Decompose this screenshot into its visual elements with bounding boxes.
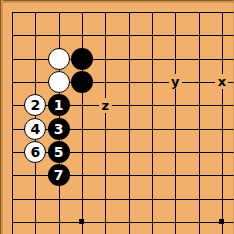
go-board: yx21z43657 (0, 0, 234, 234)
intersection-3-6: 3 (47, 117, 70, 140)
intersection-5-3 (94, 47, 117, 70)
white-stone: 4 (24, 118, 46, 140)
intersection-8-8 (164, 164, 187, 187)
intersection-9-3 (187, 47, 210, 70)
intersection-10-9 (210, 187, 233, 210)
intersection-5-7 (94, 140, 117, 163)
stone-number: 1 (54, 98, 64, 112)
white-stone: 6 (24, 141, 46, 163)
intersection-7-2 (140, 24, 163, 47)
intersection-6-10 (117, 210, 140, 233)
intersection-2-1 (24, 0, 47, 23)
intersection-6-5 (117, 94, 140, 117)
intersection-10-6 (210, 117, 233, 140)
intersection-7-10 (140, 210, 163, 233)
black-stone (71, 48, 93, 70)
intersection-3-1 (47, 0, 70, 23)
intersection-10-4: x (210, 70, 233, 93)
intersection-5-5: z (94, 94, 117, 117)
intersection-8-9 (164, 187, 187, 210)
intersection-5-8 (94, 164, 117, 187)
intersection-9-1 (187, 0, 210, 23)
intersection-9-6 (187, 117, 210, 140)
white-stone (48, 48, 70, 70)
stone-number: 4 (30, 122, 40, 136)
intersection-9-5 (187, 94, 210, 117)
intersection-3-2 (47, 24, 70, 47)
intersection-1-9 (0, 187, 23, 210)
intersection-1-10 (0, 210, 23, 233)
black-stone: 7 (48, 164, 70, 186)
intersection-3-3 (47, 47, 70, 70)
intersection-1-3 (0, 47, 23, 70)
intersection-1-5 (0, 94, 23, 117)
hoshi-point (219, 219, 224, 224)
intersection-2-7: 6 (24, 140, 47, 163)
intersection-7-4 (140, 70, 163, 93)
white-stone: 2 (24, 94, 46, 116)
intersection-3-5: 1 (47, 94, 70, 117)
intersection-1-7 (0, 140, 23, 163)
intersection-3-4 (47, 70, 70, 93)
intersection-5-4 (94, 70, 117, 93)
intersection-9-2 (187, 24, 210, 47)
intersection-10-8 (210, 164, 233, 187)
intersection-8-1 (164, 0, 187, 23)
black-stone: 3 (48, 118, 70, 140)
intersection-10-10 (210, 210, 233, 233)
black-stone: 5 (48, 141, 70, 163)
intersection-7-6 (140, 117, 163, 140)
intersection-5-9 (94, 187, 117, 210)
point-letter-y: y (169, 74, 182, 89)
intersection-2-9 (24, 187, 47, 210)
intersection-9-7 (187, 140, 210, 163)
intersection-6-3 (117, 47, 140, 70)
board-frame-top-inner (0, 1, 234, 3)
stone-number: 7 (54, 168, 64, 182)
stone-number: 3 (54, 122, 64, 136)
intersection-1-6 (0, 117, 23, 140)
intersection-9-8 (187, 164, 210, 187)
intersection-2-5: 2 (24, 94, 47, 117)
intersection-10-7 (210, 140, 233, 163)
intersection-4-4 (70, 70, 93, 93)
point-letter-z: z (99, 98, 112, 113)
intersection-2-2 (24, 24, 47, 47)
intersection-3-8: 7 (47, 164, 70, 187)
intersection-2-3 (24, 47, 47, 70)
intersection-8-2 (164, 24, 187, 47)
intersection-6-8 (117, 164, 140, 187)
intersection-6-1 (117, 0, 140, 23)
intersection-1-2 (0, 24, 23, 47)
black-stone (71, 71, 93, 93)
intersection-8-4: y (164, 70, 187, 93)
intersection-7-9 (140, 187, 163, 210)
intersection-1-8 (0, 164, 23, 187)
intersection-8-10 (164, 210, 187, 233)
intersection-4-5 (70, 94, 93, 117)
intersection-6-6 (117, 117, 140, 140)
intersection-10-3 (210, 47, 233, 70)
board-frame-left-inner (1, 0, 3, 234)
hoshi-point (79, 219, 84, 224)
intersection-8-5 (164, 94, 187, 117)
white-stone (48, 71, 70, 93)
intersection-5-6 (94, 117, 117, 140)
intersection-4-2 (70, 24, 93, 47)
stone-number: 2 (30, 98, 40, 112)
intersection-5-10 (94, 210, 117, 233)
intersection-5-1 (94, 0, 117, 23)
intersection-8-6 (164, 117, 187, 140)
intersection-4-9 (70, 187, 93, 210)
intersection-6-9 (117, 187, 140, 210)
intersection-3-10 (47, 210, 70, 233)
intersection-9-10 (187, 210, 210, 233)
intersection-8-3 (164, 47, 187, 70)
intersection-2-6: 4 (24, 117, 47, 140)
intersection-3-9 (47, 187, 70, 210)
intersection-2-10 (24, 210, 47, 233)
intersection-7-3 (140, 47, 163, 70)
intersection-9-9 (187, 187, 210, 210)
intersection-9-4 (187, 70, 210, 93)
intersection-5-2 (94, 24, 117, 47)
intersection-7-7 (140, 140, 163, 163)
intersection-4-7 (70, 140, 93, 163)
intersection-4-3 (70, 47, 93, 70)
intersection-10-2 (210, 24, 233, 47)
intersection-10-1 (210, 0, 233, 23)
intersection-7-5 (140, 94, 163, 117)
intersection-4-1 (70, 0, 93, 23)
intersection-1-4 (0, 70, 23, 93)
intersection-6-4 (117, 70, 140, 93)
point-letter-x: x (215, 74, 228, 89)
stone-number: 5 (54, 145, 64, 159)
image-right-edge-shade (233, 0, 234, 234)
stone-number: 6 (30, 145, 40, 159)
intersection-7-1 (140, 0, 163, 23)
intersection-4-8 (70, 164, 93, 187)
intersection-3-7: 5 (47, 140, 70, 163)
intersection-4-6 (70, 117, 93, 140)
intersection-6-2 (117, 24, 140, 47)
board-grid: yx21z43657 (0, 0, 233, 233)
intersection-2-8 (24, 164, 47, 187)
black-stone: 1 (48, 94, 70, 116)
intersection-4-10 (70, 210, 93, 233)
intersection-2-4 (24, 70, 47, 93)
intersection-1-1 (0, 0, 23, 23)
intersection-8-7 (164, 140, 187, 163)
intersection-7-8 (140, 164, 163, 187)
intersection-10-5 (210, 94, 233, 117)
intersection-6-7 (117, 140, 140, 163)
